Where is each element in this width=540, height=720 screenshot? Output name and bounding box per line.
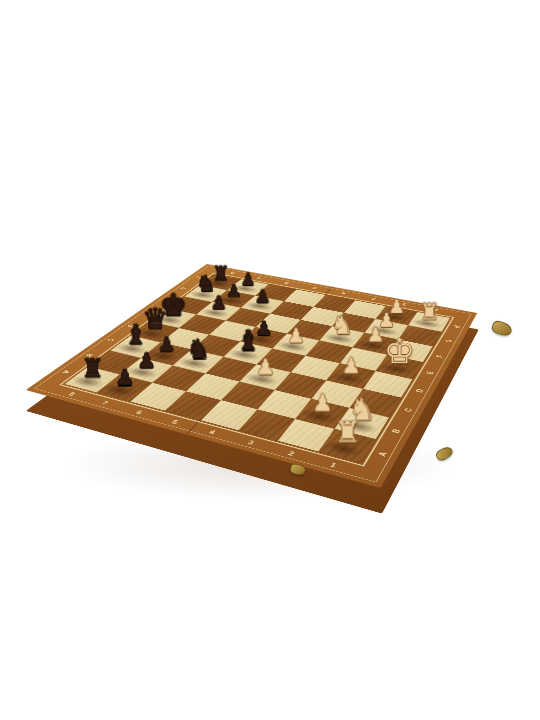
black-pawn-a7: ♟ xyxy=(115,367,135,389)
black-pawn-f7: ♟ xyxy=(210,294,226,312)
white-rook-a1: ♜ xyxy=(334,418,360,447)
black-knight-c6: ♞ xyxy=(186,336,210,363)
white-knight-f3: ♞ xyxy=(331,313,354,338)
white-pawn-c4: ♟ xyxy=(256,357,275,379)
black-bishop-d5: ♝ xyxy=(236,327,261,355)
square-c5 xyxy=(206,357,257,382)
white-pawn-b2: ♟ xyxy=(312,391,333,414)
black-pawn-c7: ♟ xyxy=(157,334,175,354)
white-pawn-e4: ♟ xyxy=(287,326,305,346)
black-pawn-g6: ♟ xyxy=(254,287,270,305)
black-pawn-b7: ♟ xyxy=(137,350,156,371)
black-bishop-c8: ♝ xyxy=(124,321,148,348)
chess-set-product-photo: 87654321 87654321 HGFEDCBA HGFEDCBA ♜♟♟♜… xyxy=(0,0,540,720)
white-pawn-d2: ♟ xyxy=(342,355,361,376)
black-pawn-g7: ♟ xyxy=(226,282,242,300)
square-a6 xyxy=(130,383,186,411)
white-rook-h1: ♜ xyxy=(419,301,439,323)
white-pawn-f2: ♟ xyxy=(367,325,385,345)
black-rook-a8: ♜ xyxy=(81,355,104,381)
white-king-e1: ♚ xyxy=(384,334,415,369)
brass-clasp-right-edge xyxy=(490,319,513,338)
